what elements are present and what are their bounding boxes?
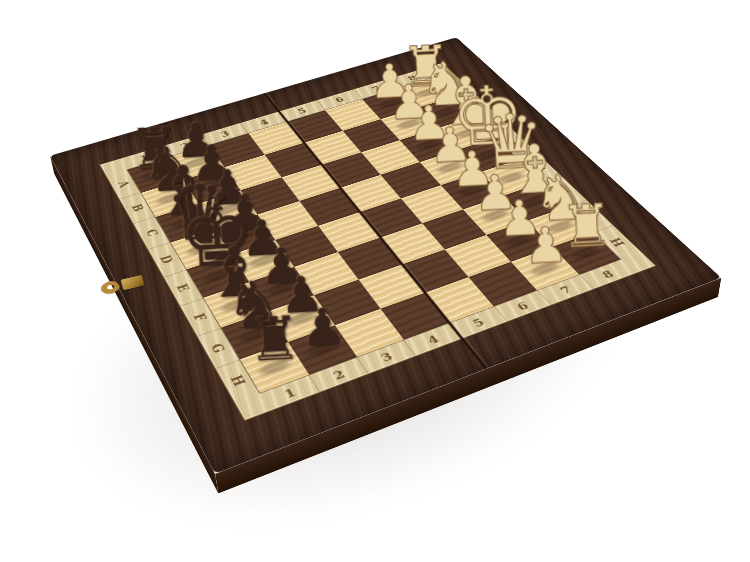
dark-rook-icon: ♜ xyxy=(193,306,357,374)
file-label-text: H xyxy=(226,373,247,388)
file-label-text: B xyxy=(465,99,482,107)
file-label-text: A xyxy=(445,80,461,88)
light-pawn-icon: ♟ xyxy=(470,218,622,275)
clasp-plate-icon xyxy=(121,275,145,290)
rank-label-text: 4 xyxy=(257,118,270,127)
photo-stage: 12345678 12345678 ABCDEFGH ABCDEFGH ♜♞♟♝… xyxy=(0,0,750,562)
rank-label-text: 7 xyxy=(370,84,383,92)
rank-label-text: 5 xyxy=(296,106,309,115)
rank-label-text: 3 xyxy=(218,129,231,138)
rank-label-text: 5 xyxy=(470,316,487,329)
rank-label-text: 2 xyxy=(179,141,192,150)
rank-label-text: 8 xyxy=(406,74,419,82)
rank-label-text: 6 xyxy=(333,95,346,104)
file-label-text: C xyxy=(486,120,503,128)
